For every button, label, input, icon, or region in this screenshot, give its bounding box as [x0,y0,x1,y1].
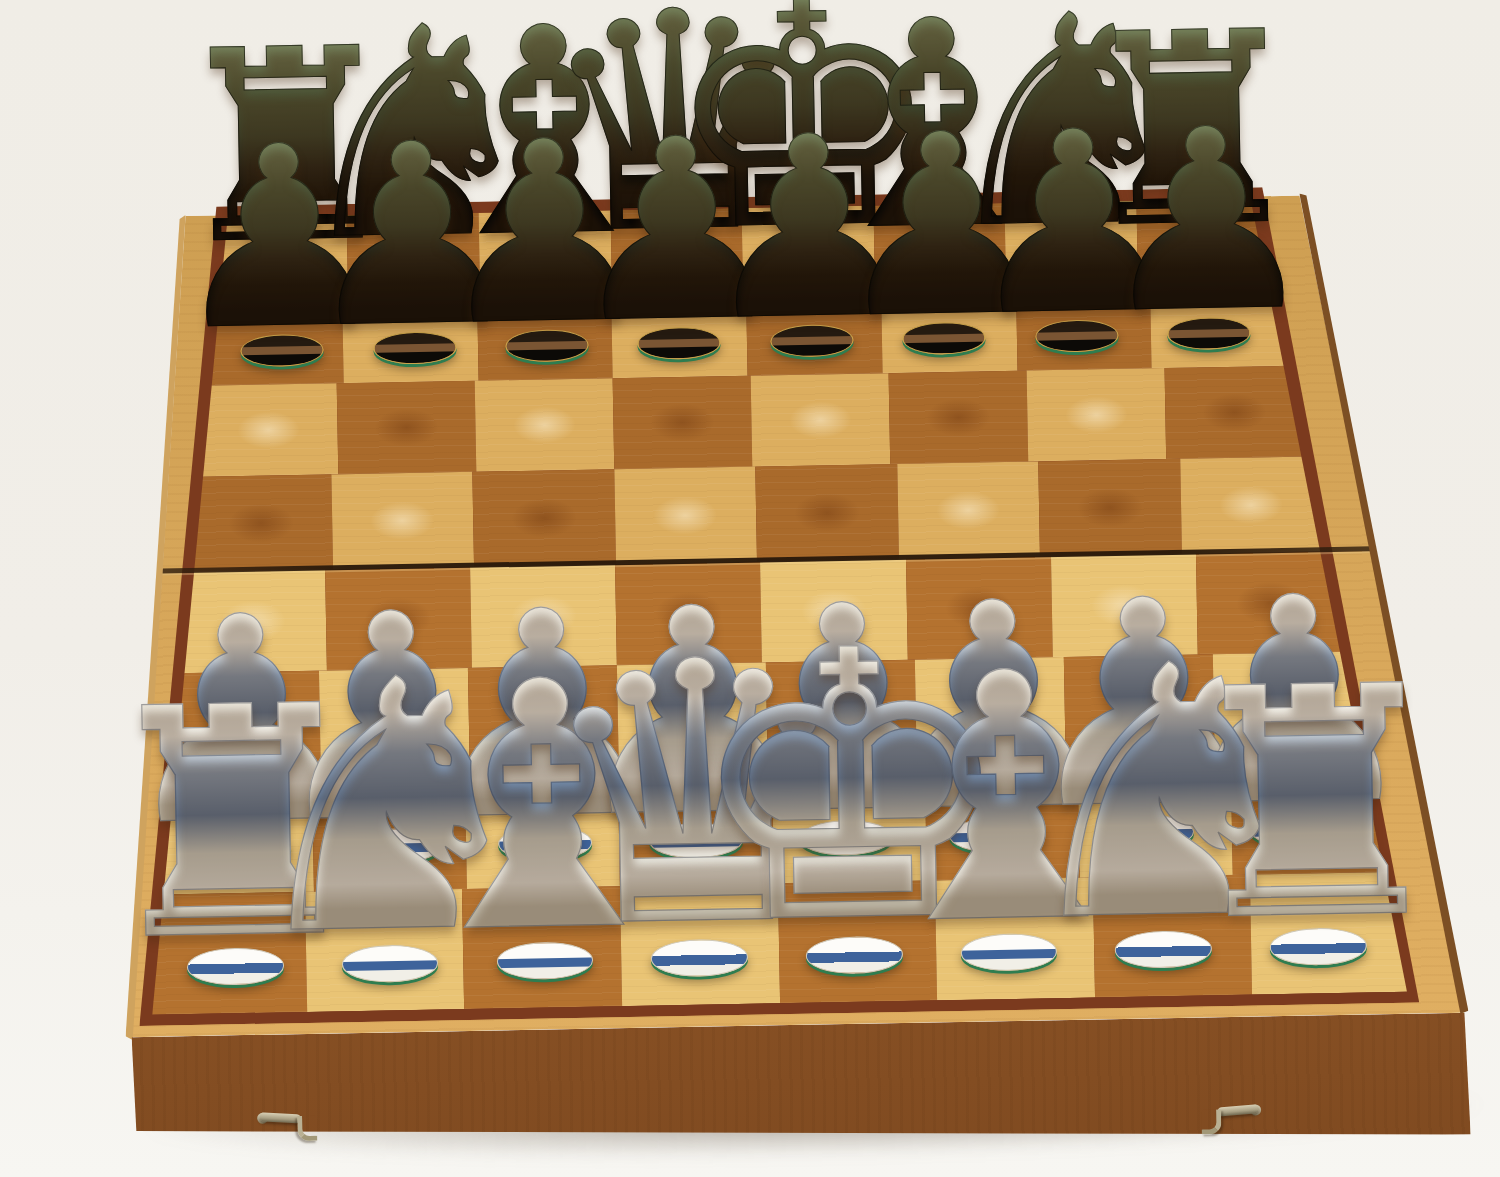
square-a5 [189,474,332,572]
square-d3 [617,662,768,772]
square-e6 [751,373,891,467]
square-a4 [180,570,327,674]
square-b2 [312,775,467,892]
square-h2 [1231,758,1386,875]
square-a3 [169,671,320,781]
square-h7 [1150,280,1286,368]
square-g2 [1078,761,1233,878]
square-d8 [610,208,743,292]
square-b5 [331,472,474,570]
square-d4 [615,562,762,666]
clasp-hook-icon [297,1116,317,1141]
square-f1 [935,877,1095,1000]
square-d5 [614,467,757,565]
square-a1 [147,892,307,1015]
square-e3 [766,660,917,770]
square-a8 [215,215,348,299]
square-f7 [881,285,1017,373]
square-g8 [1005,201,1138,285]
square-c3 [468,665,619,775]
square-b8 [347,213,480,297]
square-g7 [1016,282,1152,370]
square-f4 [906,556,1053,660]
square-e1 [777,880,937,1003]
square-d7 [611,290,747,378]
square-f2 [925,764,1080,881]
square-g3 [1064,654,1215,764]
square-f6 [889,371,1029,465]
square-c7 [477,292,613,380]
rank-row-1 [147,872,1410,1015]
square-a7 [207,297,343,385]
square-g6 [1027,368,1167,462]
square-e8 [742,205,875,289]
square-h1 [1250,872,1410,995]
square-f5 [897,461,1040,559]
square-d2 [618,769,773,886]
square-c5 [472,469,615,567]
square-c2 [465,772,620,889]
square-b7 [342,295,478,383]
square-c1 [462,886,622,1009]
square-h6 [1165,366,1305,460]
square-e7 [746,287,882,375]
square-h5 [1180,456,1323,554]
square-c6 [475,378,615,472]
square-b1 [305,889,465,1012]
square-c4 [470,564,617,668]
square-g4 [1051,554,1198,658]
square-d1 [620,883,780,1006]
square-c8 [479,210,612,294]
square-g1 [1093,875,1253,998]
square-e5 [755,464,898,562]
photo-stage: ♜♞♝♛♚♝♞♜♟♟♟♟♟♟♟♟♟♟♟♟♟♟♟♟♜♞♝♛♚♝♞♜ [0,0,1500,1177]
square-f8 [873,203,1006,287]
rank-row-2 [158,758,1386,894]
square-h4 [1196,551,1343,655]
square-a2 [158,778,313,895]
clasp-hook-icon [1201,1109,1221,1134]
square-h8 [1136,198,1269,282]
square-b4 [325,567,472,671]
square-b3 [318,668,469,778]
square-b6 [336,381,476,475]
square-a6 [198,383,338,477]
square-e4 [760,559,907,663]
clasp-right-icon [1191,1099,1262,1140]
square-e2 [771,767,926,884]
square-d6 [613,376,753,470]
board-scene: ♜♞♝♛♚♝♞♜♟♟♟♟♟♟♟♟♟♟♟♟♟♟♟♟♜♞♝♛♚♝♞♜ [0,0,1500,1177]
square-g5 [1038,459,1181,557]
clasp-left-icon [257,1107,328,1148]
square-f3 [915,657,1066,767]
square-h3 [1213,652,1364,762]
